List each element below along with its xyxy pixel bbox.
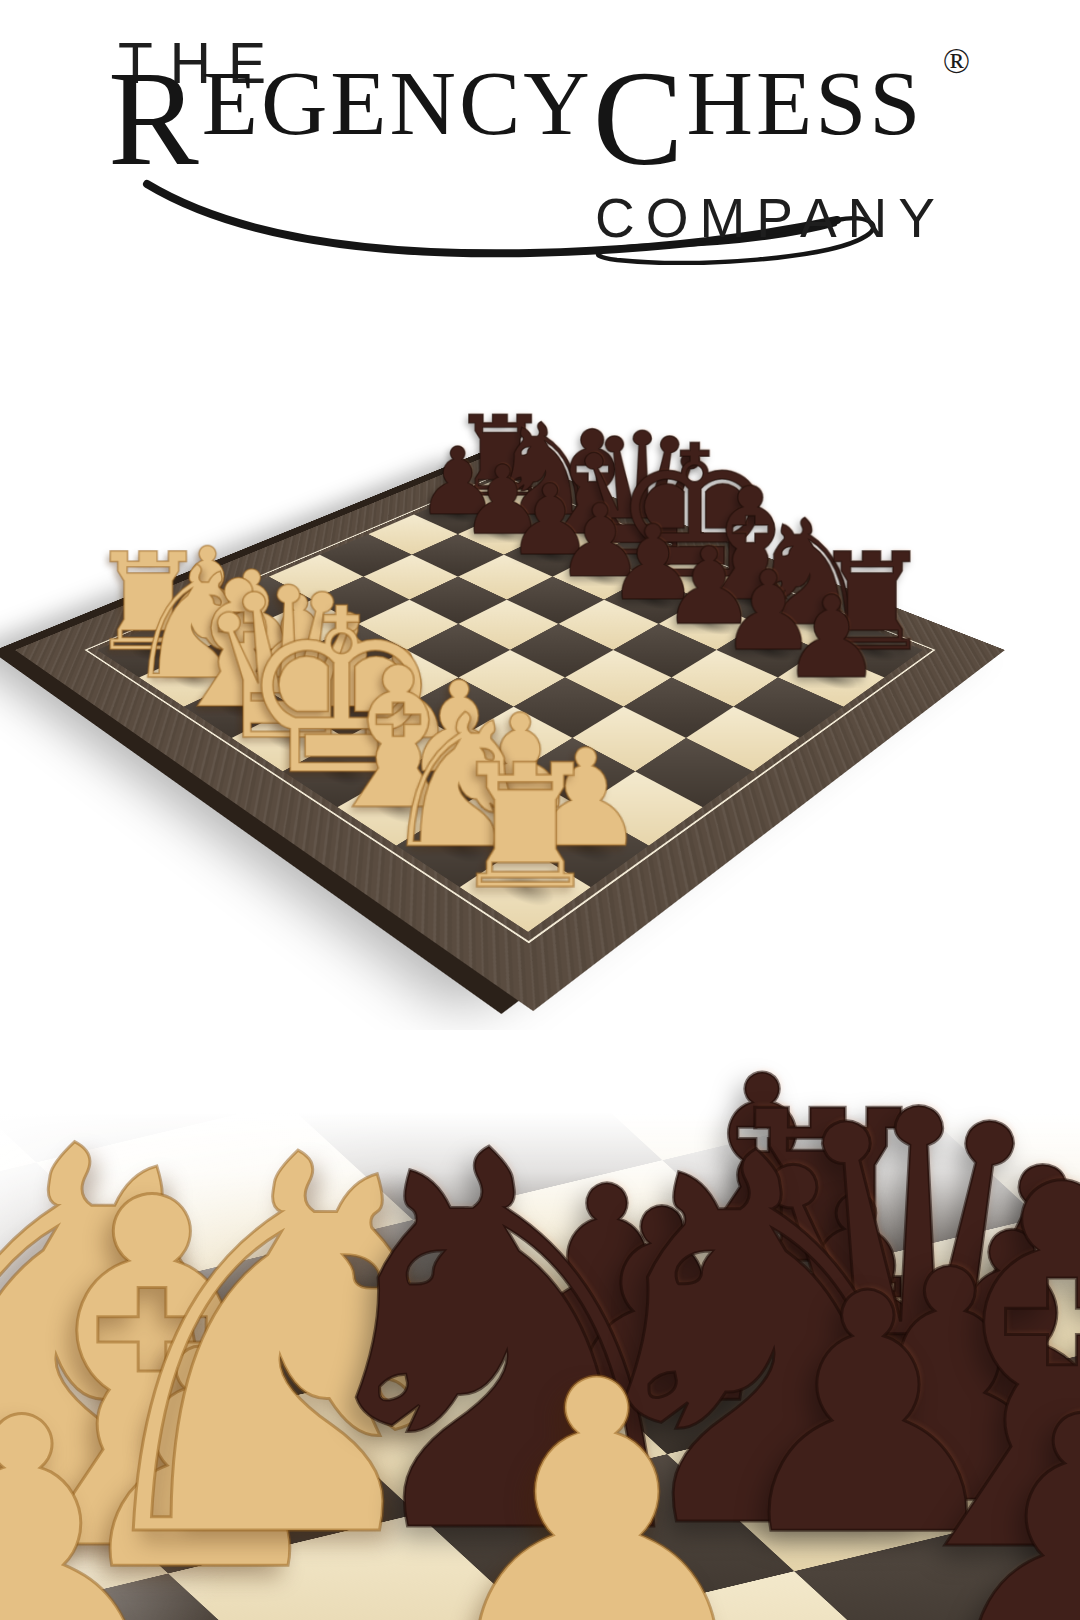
product-page: { "brand": { "the": "THE", "regency_init…: [0, 0, 1080, 1620]
board-product-photo: ♜♞♝♛♚♝♞♜♟♟♟♟♟♟♟♟♟♟♟♟♟♟♟♟♜♞♝♛♚♝♞♜: [0, 330, 1080, 960]
board-field: ♜♞♝♛♚♝♞♜♟♟♟♟♟♟♟♟♟♟♟♟♟♟♟♟♜♞♝♛♚♝♞♜: [97, 478, 923, 932]
closeup-piece-black-pawn: ♟: [902, 1371, 1080, 1620]
chess-board: ♜♞♝♛♚♝♞♜♟♟♟♟♟♟♟♟♟♟♟♟♟♟♟♟♜♞♝♛♚♝♞♜: [15, 452, 1005, 1011]
brand-regency-rest: EGENCY: [202, 52, 593, 154]
chess-piece-black-pawn: ♟: [697, 580, 965, 694]
brand-wordmark: REGENCYCHESS: [108, 50, 923, 186]
closeup-piece-white-pawn: ♟: [397, 1330, 797, 1620]
brand-company: COMPANY: [595, 186, 946, 250]
closeup-piece-white-pawn: ♟: [0, 1370, 212, 1620]
registered-trademark-icon: ®: [943, 40, 970, 82]
chess-piece-white-rook: ♜: [360, 741, 691, 913]
pieces-closeup-photo: ♝♜♟♟♟♛♟♞♝♟♞♟♞♞♟♟♝♟♟: [0, 1030, 1080, 1620]
brand-chess-rest: HESS: [687, 52, 924, 154]
closeup-pieces: ♝♜♟♟♟♛♟♞♝♟♞♟♞♞♟♟♝♟♟: [0, 1030, 1080, 1620]
brand-logo: THE ® REGENCYCHESS COMPANY: [108, 28, 970, 248]
